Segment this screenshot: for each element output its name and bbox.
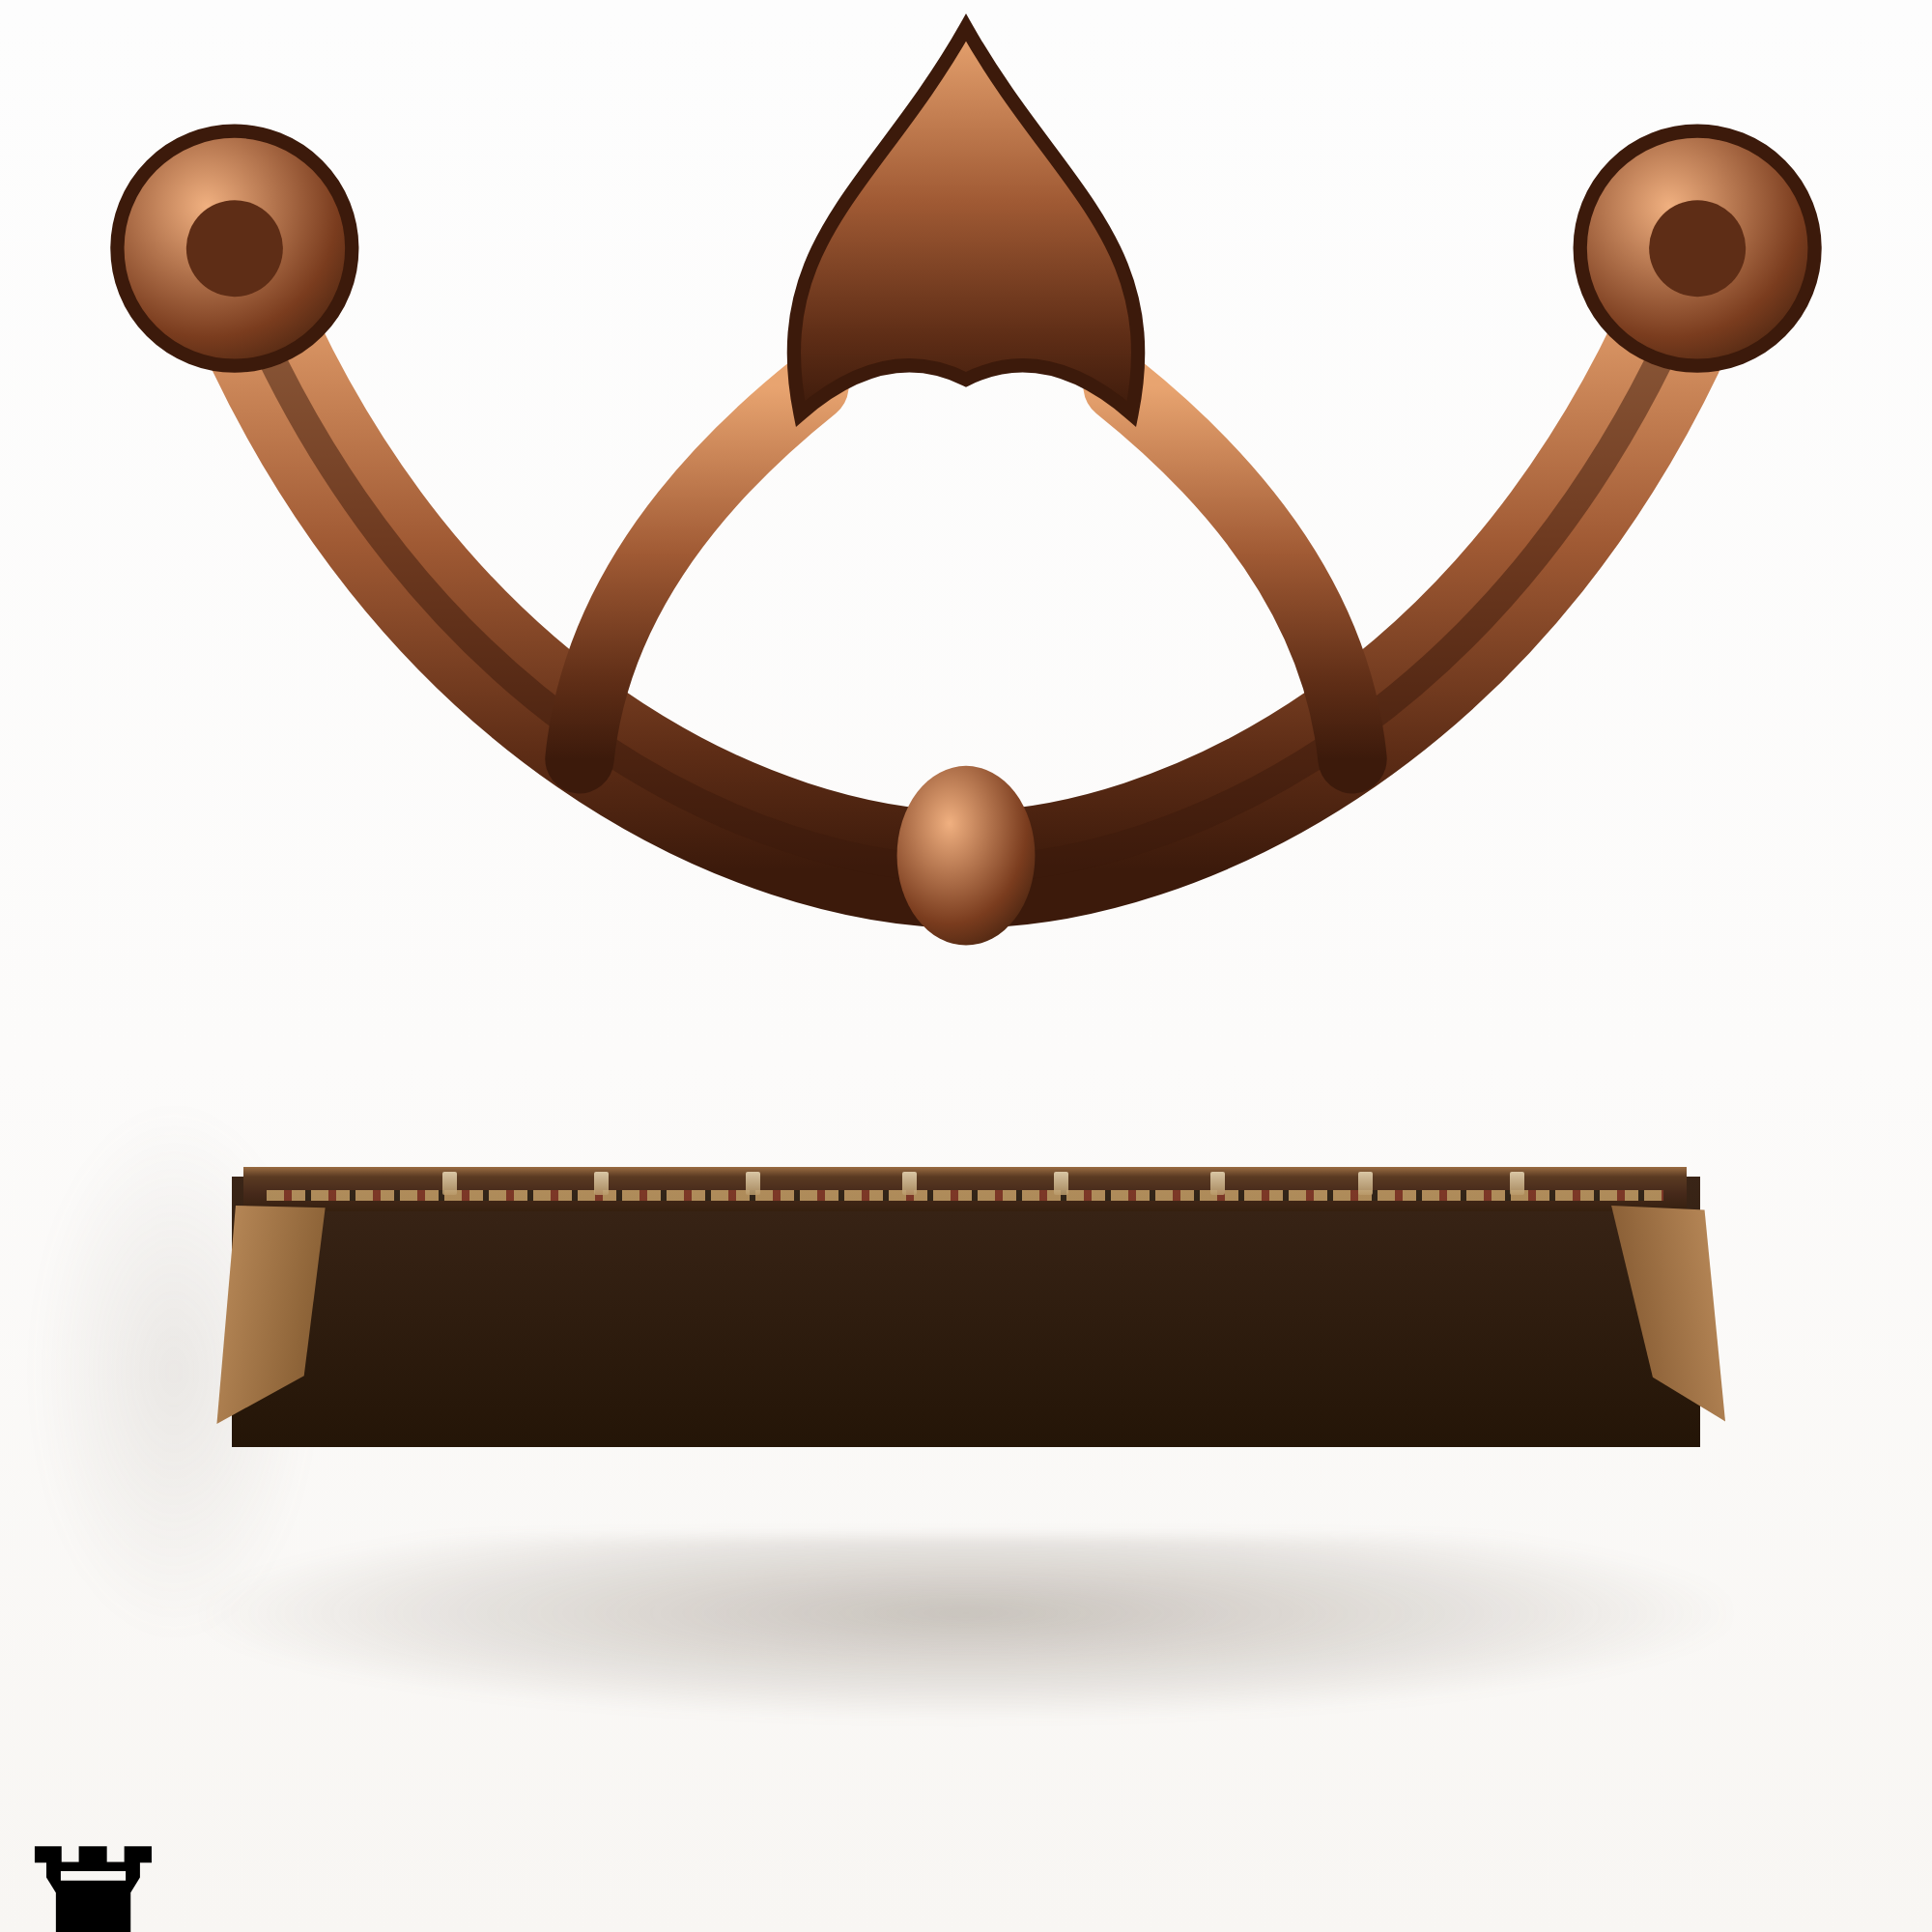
piece-contact-shadow [0, 1677, 76, 1698]
piece-contact-shadow [0, 1741, 76, 1762]
piece-contact-shadow [0, 1783, 76, 1804]
drawer-gap-tab [746, 1172, 760, 1195]
drawer-gap-tab [1210, 1172, 1225, 1195]
piece-contact-shadow [0, 1762, 76, 1783]
drawer-gap-tab [442, 1172, 457, 1195]
board-slab-side [243, 1167, 1687, 1211]
slab-inlay-strip [267, 1190, 1663, 1201]
cream-corner-inlay [0, 982, 13, 1033]
cream-corner-inlay [0, 970, 50, 982]
piece-contact-shadow [0, 1719, 76, 1741]
cream-corner-inlay [0, 1045, 13, 1095]
drawer-handle [0, 0, 1932, 966]
drawer-gap-tab [1510, 1172, 1524, 1195]
product-photo-stage: ♜♞♝♛♚♝♞♜♟♟♟♟♟♟♟♟♜♞♝♛♚♝♞♜♟♟♟♟♟♟♟♟ [0, 0, 1932, 1932]
cream-corner-inlay [0, 1171, 13, 1221]
floor-shadow [203, 1536, 1729, 1719]
drawer-gap-tab [594, 1172, 609, 1195]
maroon-inlay-dash [0, 1358, 15, 1464]
maroon-inlay-dash [0, 1252, 15, 1358]
drawer-gap-tab [1358, 1172, 1373, 1195]
drawer-gap-tab [1054, 1172, 1068, 1195]
drawer-rear-corner [1777, 1213, 1835, 1275]
cream-corner-inlay [0, 1108, 13, 1158]
handle-crest [794, 28, 1138, 414]
case-body [232, 1177, 1700, 1447]
drawer-gap-tab [902, 1172, 917, 1195]
cream-corner-inlay [0, 1033, 50, 1045]
piece-reflection: ♜ [0, 1804, 1932, 1932]
piece-contact-shadow [0, 1656, 76, 1677]
piece-contact-shadow [0, 1698, 76, 1719]
